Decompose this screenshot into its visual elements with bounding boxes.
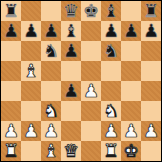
square-c1[interactable]: ♝ — [41, 141, 61, 161]
black-pawn[interactable]: ♟ — [143, 21, 159, 41]
square-a8[interactable]: ♜ — [1, 1, 21, 21]
square-a3[interactable] — [1, 101, 21, 121]
square-c2[interactable]: ♟ — [41, 121, 61, 141]
square-h7[interactable]: ♟ — [141, 21, 161, 41]
white-pawn[interactable]: ♟ — [43, 121, 59, 141]
square-d5[interactable] — [61, 61, 81, 81]
square-e1[interactable] — [81, 141, 101, 161]
square-g1[interactable]: ♚ — [121, 141, 141, 161]
square-d6[interactable]: ♟ — [61, 41, 81, 61]
white-pawn[interactable]: ♟ — [3, 121, 19, 141]
square-f6[interactable]: ♞ — [101, 41, 121, 61]
square-d2[interactable] — [61, 121, 81, 141]
square-e2[interactable] — [81, 121, 101, 141]
square-g7[interactable]: ♟ — [121, 21, 141, 41]
square-b3[interactable] — [21, 101, 41, 121]
white-knight[interactable]: ♞ — [43, 101, 59, 121]
square-g6[interactable] — [121, 41, 141, 61]
white-pawn[interactable]: ♟ — [23, 121, 39, 141]
square-f5[interactable] — [101, 61, 121, 81]
square-g3[interactable] — [121, 101, 141, 121]
square-b1[interactable] — [21, 141, 41, 161]
square-f7[interactable]: ♟ — [101, 21, 121, 41]
white-king[interactable]: ♚ — [123, 141, 139, 161]
white-pawn[interactable]: ♟ — [123, 121, 139, 141]
square-a4[interactable] — [1, 81, 21, 101]
square-b4[interactable] — [21, 81, 41, 101]
square-d4[interactable]: ♟ — [61, 81, 81, 101]
chess-board: ♜♛♚♝♜♟♟♟♝♟♟♟♞♟♞♝♟♟♞♞♟♟♟♟♟♟♜♝♛♜♚ — [0, 0, 162, 162]
black-pawn[interactable]: ♟ — [23, 21, 39, 41]
square-e7[interactable] — [81, 21, 101, 41]
square-c6[interactable]: ♞ — [41, 41, 61, 61]
black-bishop[interactable]: ♝ — [103, 1, 119, 21]
square-b7[interactable]: ♟ — [21, 21, 41, 41]
square-e8[interactable]: ♚ — [81, 1, 101, 21]
square-g5[interactable] — [121, 61, 141, 81]
square-a6[interactable] — [1, 41, 21, 61]
white-knight[interactable]: ♞ — [103, 101, 119, 121]
square-f2[interactable]: ♟ — [101, 121, 121, 141]
square-c5[interactable] — [41, 61, 61, 81]
square-c7[interactable]: ♟ — [41, 21, 61, 41]
square-a2[interactable]: ♟ — [1, 121, 21, 141]
white-rook[interactable]: ♜ — [3, 141, 19, 161]
white-bishop[interactable]: ♝ — [23, 61, 39, 81]
black-pawn[interactable]: ♟ — [63, 81, 79, 101]
square-b6[interactable] — [21, 41, 41, 61]
black-pawn[interactable]: ♟ — [3, 21, 19, 41]
black-pawn[interactable]: ♟ — [103, 21, 119, 41]
black-knight[interactable]: ♞ — [103, 41, 119, 61]
square-b5[interactable]: ♝ — [21, 61, 41, 81]
square-d8[interactable]: ♛ — [61, 1, 81, 21]
square-e5[interactable] — [81, 61, 101, 81]
white-bishop[interactable]: ♝ — [43, 141, 59, 161]
square-c8[interactable] — [41, 1, 61, 21]
black-queen[interactable]: ♛ — [63, 1, 79, 21]
square-a7[interactable]: ♟ — [1, 21, 21, 41]
square-b8[interactable] — [21, 1, 41, 21]
square-f8[interactable]: ♝ — [101, 1, 121, 21]
square-d3[interactable] — [61, 101, 81, 121]
black-pawn[interactable]: ♟ — [123, 21, 139, 41]
black-knight[interactable]: ♞ — [43, 41, 59, 61]
square-h8[interactable]: ♜ — [141, 1, 161, 21]
square-c4[interactable] — [41, 81, 61, 101]
white-rook[interactable]: ♜ — [103, 141, 119, 161]
white-queen[interactable]: ♛ — [63, 141, 79, 161]
square-f1[interactable]: ♜ — [101, 141, 121, 161]
square-c3[interactable]: ♞ — [41, 101, 61, 121]
square-e6[interactable] — [81, 41, 101, 61]
square-h2[interactable]: ♟ — [141, 121, 161, 141]
white-pawn[interactable]: ♟ — [83, 81, 99, 101]
square-h6[interactable] — [141, 41, 161, 61]
square-h5[interactable] — [141, 61, 161, 81]
square-a5[interactable] — [1, 61, 21, 81]
square-g2[interactable]: ♟ — [121, 121, 141, 141]
white-pawn[interactable]: ♟ — [143, 121, 159, 141]
square-d7[interactable]: ♝ — [61, 21, 81, 41]
white-pawn[interactable]: ♟ — [103, 121, 119, 141]
square-f3[interactable]: ♞ — [101, 101, 121, 121]
square-g4[interactable] — [121, 81, 141, 101]
square-e3[interactable] — [81, 101, 101, 121]
square-b2[interactable]: ♟ — [21, 121, 41, 141]
square-e4[interactable]: ♟ — [81, 81, 101, 101]
black-bishop[interactable]: ♝ — [63, 21, 79, 41]
square-a1[interactable]: ♜ — [1, 141, 21, 161]
black-rook[interactable]: ♜ — [3, 1, 19, 21]
square-h1[interactable] — [141, 141, 161, 161]
square-g8[interactable] — [121, 1, 141, 21]
black-king[interactable]: ♚ — [83, 1, 99, 21]
black-rook[interactable]: ♜ — [143, 1, 159, 21]
black-pawn[interactable]: ♟ — [63, 41, 79, 61]
square-f4[interactable] — [101, 81, 121, 101]
black-pawn[interactable]: ♟ — [43, 21, 59, 41]
square-d1[interactable]: ♛ — [61, 141, 81, 161]
square-h3[interactable] — [141, 101, 161, 121]
square-h4[interactable] — [141, 81, 161, 101]
